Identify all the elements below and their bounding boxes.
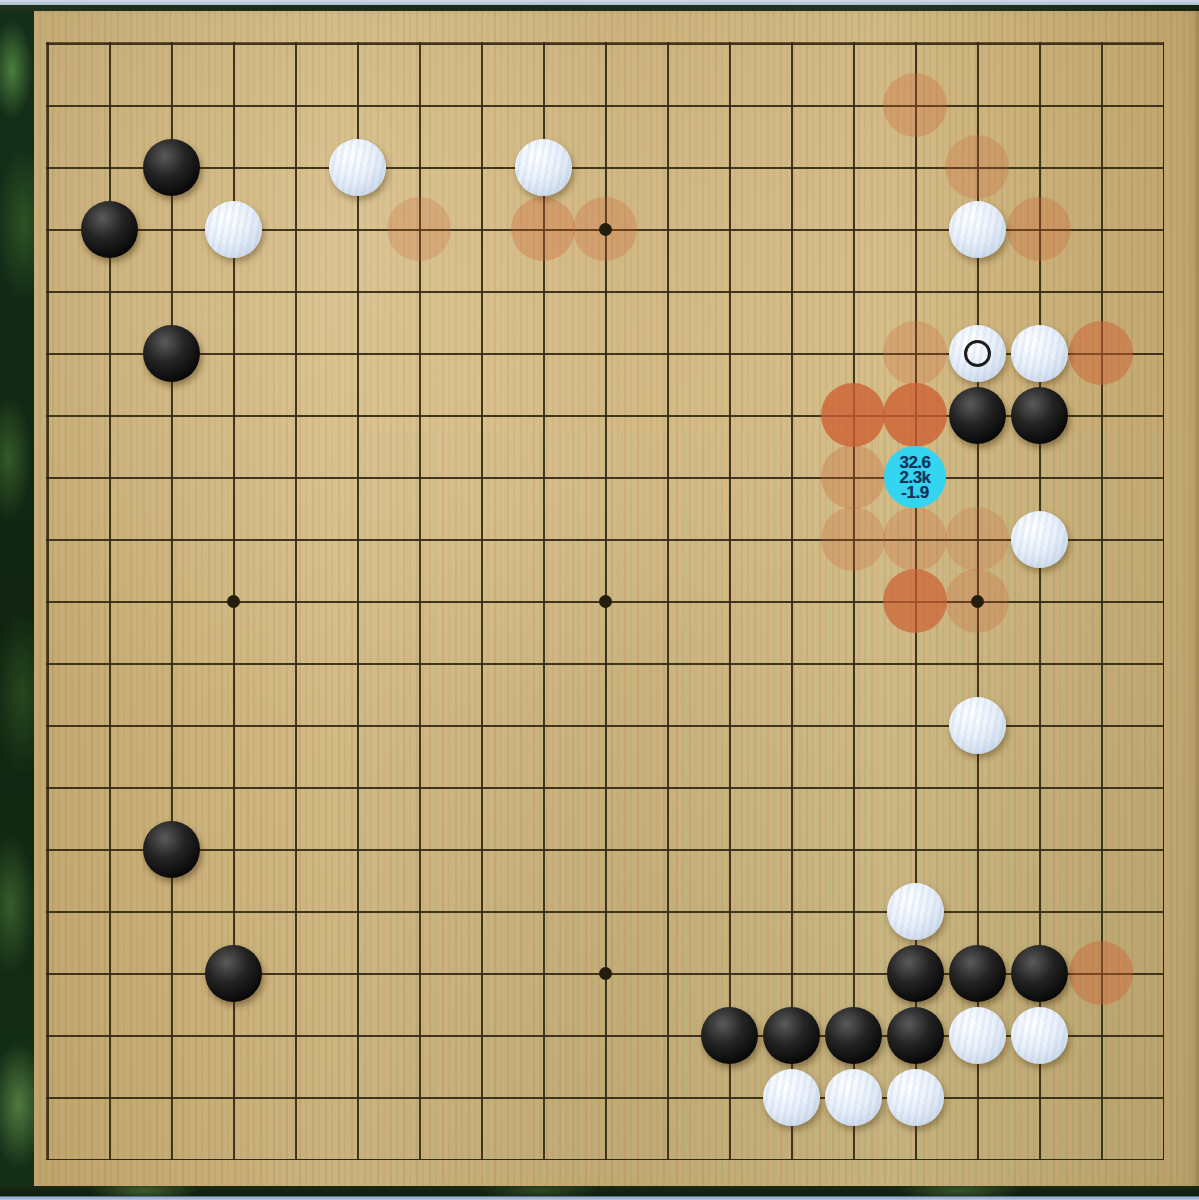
screen-moire-texture: [360, 432, 1187, 1176]
screen-bottom-edge: [0, 1196, 1199, 1200]
desktop-wallpaper-top: [0, 5, 1199, 11]
desktop-wallpaper-bottom: [0, 1186, 1199, 1196]
desktop-wallpaper-left: [0, 11, 34, 1187]
go-board[interactable]: [0, 0, 1199, 1200]
ai-score-lead: -1.9: [901, 485, 928, 500]
ai-best-move-suggestion[interactable]: 32.6 2.3k -1.9: [884, 446, 946, 508]
go-app-screen: 32.6 2.3k -1.9: [0, 0, 1199, 1200]
photo-vignette: [0, 0, 1199, 1200]
